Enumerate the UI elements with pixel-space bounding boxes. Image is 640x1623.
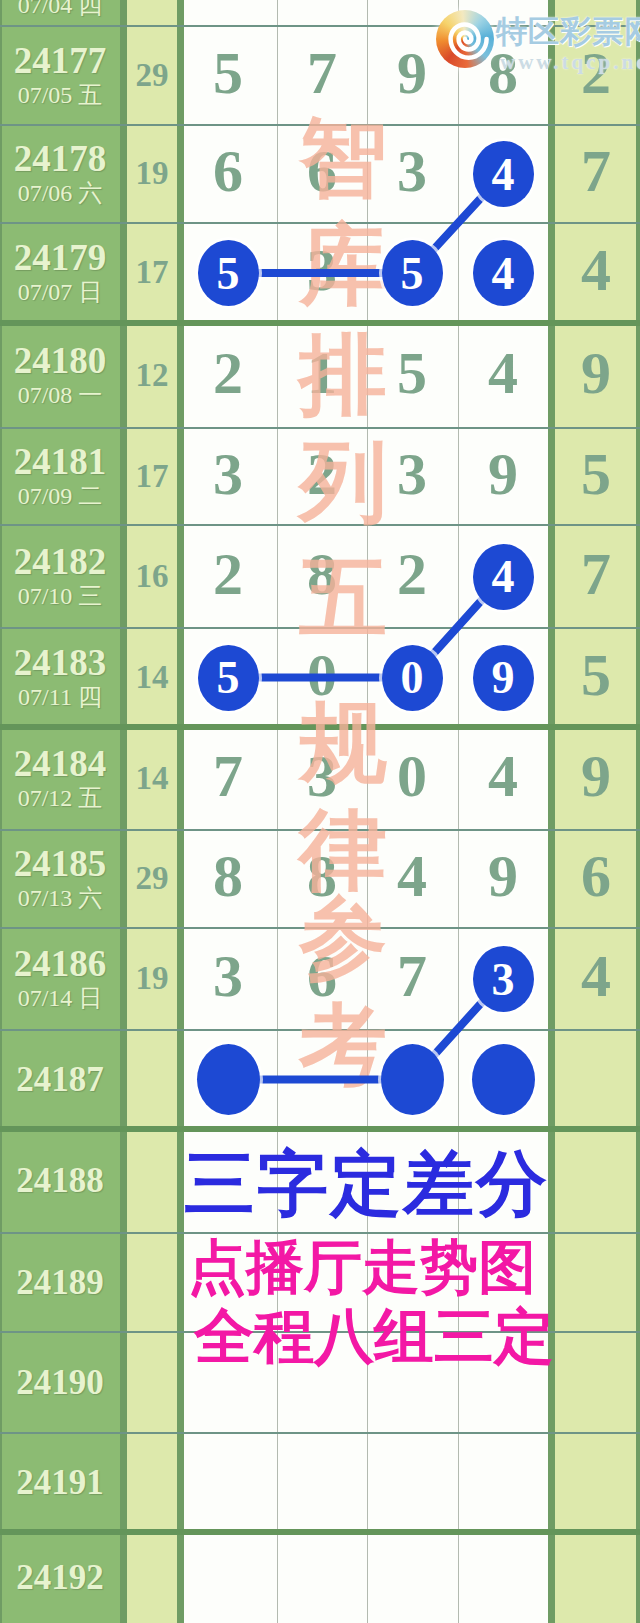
circled-digit-24179-p1: 5	[198, 240, 259, 306]
circled-digit-24178-p4: 4	[473, 141, 534, 207]
promo-text-1: 三字定差分	[183, 1148, 550, 1219]
prediction-disc-24187-p3	[381, 1044, 444, 1115]
circled-digit-24183-p3: 0	[382, 645, 443, 711]
circled-digit-24186-p4: 3	[473, 946, 534, 1012]
connection-lines	[0, 0, 640, 1623]
site-url: www.tqcp.net	[500, 50, 640, 75]
circled-digit-24179-p3: 5	[382, 240, 443, 306]
trend-chart-board: 07/04 四2417707/05 五29579822417807/06 六19…	[0, 0, 640, 1623]
circled-digit-24179-p4: 4	[473, 240, 534, 306]
circled-digit-24183-p1: 5	[198, 645, 259, 711]
swirl-logo-icon	[436, 10, 494, 68]
circled-digit-24183-p4: 9	[473, 645, 534, 711]
circled-digit-24182-p4: 4	[473, 544, 534, 610]
site-name: 特区彩票网	[496, 15, 640, 48]
site-logo[interactable]: 特区彩票网 www.tqcp.net	[430, 6, 640, 86]
promo-text-2: 点播厅走势图	[185, 1238, 539, 1296]
prediction-disc-24187-p1	[197, 1044, 260, 1115]
prediction-disc-24187-p4	[472, 1044, 535, 1115]
promo-text-3: 全程八组三定	[190, 1306, 558, 1366]
